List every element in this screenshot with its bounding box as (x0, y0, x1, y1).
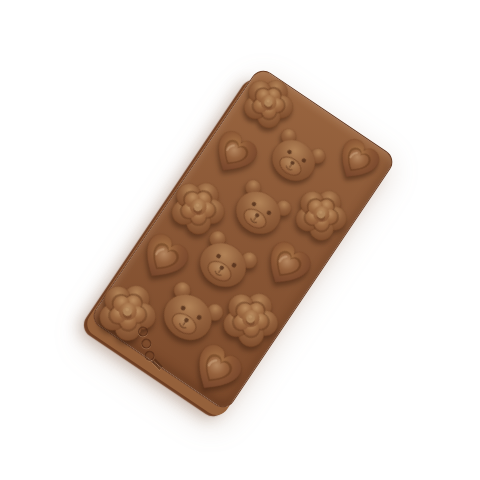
heart-shape (323, 129, 389, 195)
cavity-grid (90, 67, 396, 411)
mold-shadow-wrap (0, 0, 480, 480)
certification-mark-icon (139, 337, 153, 351)
chocolate-mold (89, 66, 398, 413)
heart-cavity (323, 129, 389, 195)
photo-canvas (0, 0, 480, 480)
embossed-text (151, 359, 164, 372)
